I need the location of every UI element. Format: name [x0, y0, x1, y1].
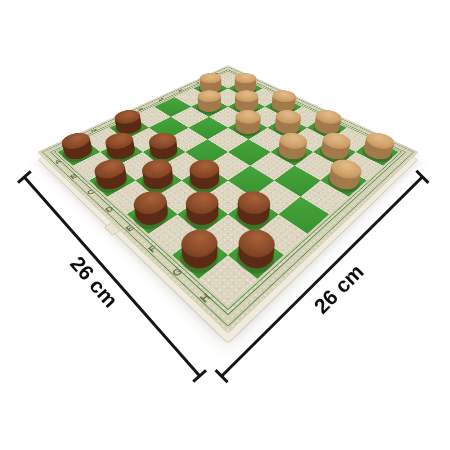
- product-photo: 12345678ABCDEFGH 26 cm 26 cm: [0, 0, 450, 450]
- dimension-label-right: 26 cm: [309, 260, 368, 319]
